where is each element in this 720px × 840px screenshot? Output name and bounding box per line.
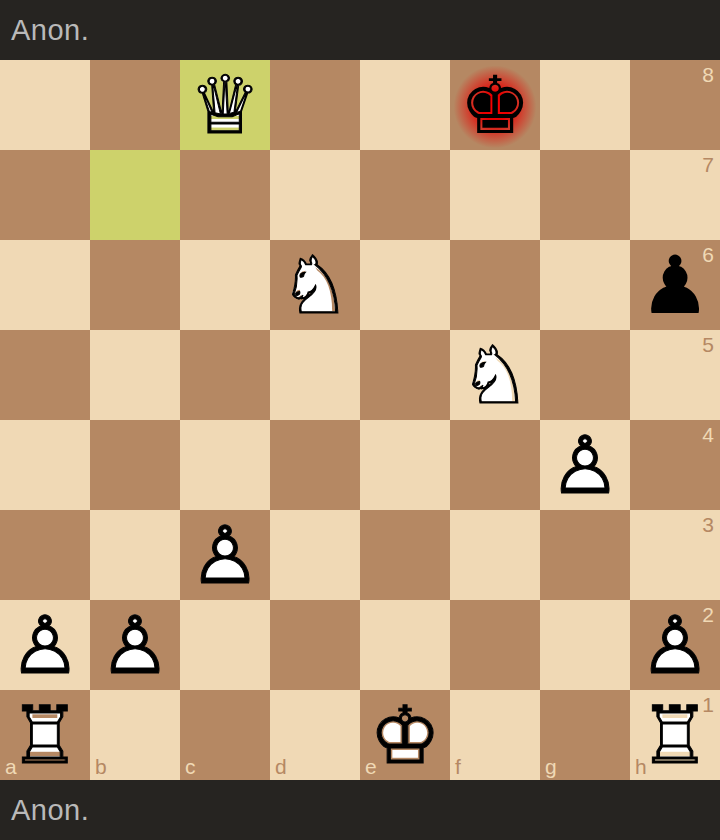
square-d8[interactable]: [270, 60, 360, 150]
square-a8[interactable]: [0, 60, 90, 150]
white-pawn-piece[interactable]: ♟♙: [180, 510, 270, 600]
square-c6[interactable]: [180, 240, 270, 330]
file-coordinate-b: b: [95, 756, 107, 777]
square-e1[interactable]: ♚♔e: [360, 690, 450, 780]
square-c7[interactable]: [180, 150, 270, 240]
square-e7[interactable]: [360, 150, 450, 240]
square-h7[interactable]: 7: [630, 150, 720, 240]
square-f5[interactable]: ♞♘: [450, 330, 540, 420]
square-e6[interactable]: [360, 240, 450, 330]
square-e8[interactable]: [360, 60, 450, 150]
white-pawn-piece[interactable]: ♟♙: [0, 600, 90, 690]
square-g7[interactable]: [540, 150, 630, 240]
square-a5[interactable]: [0, 330, 90, 420]
square-g4[interactable]: ♟♙: [540, 420, 630, 510]
top-player-name: Anon.: [11, 14, 89, 47]
top-player-bar: Anon.: [0, 0, 720, 60]
white-queen-piece[interactable]: ♛♕: [180, 60, 270, 150]
square-h1[interactable]: ♜♖h1: [630, 690, 720, 780]
file-coordinate-a: a: [5, 756, 17, 777]
square-b8[interactable]: [90, 60, 180, 150]
file-coordinate-h: h: [635, 756, 647, 777]
file-coordinate-f: f: [455, 756, 461, 777]
rank-coordinate-2: 2: [702, 604, 714, 625]
square-b5[interactable]: [90, 330, 180, 420]
file-coordinate-e: e: [365, 756, 377, 777]
white-knight-piece[interactable]: ♞♘: [270, 240, 360, 330]
white-pawn-piece[interactable]: ♟♙: [90, 600, 180, 690]
square-h8[interactable]: 8: [630, 60, 720, 150]
square-c8[interactable]: ♛♕: [180, 60, 270, 150]
square-a4[interactable]: [0, 420, 90, 510]
file-coordinate-g: g: [545, 756, 557, 777]
square-e2[interactable]: [360, 600, 450, 690]
white-pawn-piece[interactable]: ♟♙: [540, 420, 630, 510]
bottom-player-name: Anon.: [11, 794, 89, 827]
square-f4[interactable]: [450, 420, 540, 510]
square-c4[interactable]: [180, 420, 270, 510]
square-f6[interactable]: [450, 240, 540, 330]
square-d3[interactable]: [270, 510, 360, 600]
square-g5[interactable]: [540, 330, 630, 420]
square-c3[interactable]: ♟♙: [180, 510, 270, 600]
square-h2[interactable]: ♟♙2: [630, 600, 720, 690]
square-h4[interactable]: 4: [630, 420, 720, 510]
square-f3[interactable]: [450, 510, 540, 600]
square-a6[interactable]: [0, 240, 90, 330]
square-h5[interactable]: 5: [630, 330, 720, 420]
square-a3[interactable]: [0, 510, 90, 600]
square-b4[interactable]: [90, 420, 180, 510]
square-b7[interactable]: [90, 150, 180, 240]
square-g3[interactable]: [540, 510, 630, 600]
square-f8[interactable]: ♚: [450, 60, 540, 150]
square-e5[interactable]: [360, 330, 450, 420]
square-d5[interactable]: [270, 330, 360, 420]
white-knight-piece[interactable]: ♞♘: [450, 330, 540, 420]
square-e4[interactable]: [360, 420, 450, 510]
square-d1[interactable]: d: [270, 690, 360, 780]
rank-coordinate-5: 5: [702, 334, 714, 355]
square-a1[interactable]: ♜♖a: [0, 690, 90, 780]
square-c5[interactable]: [180, 330, 270, 420]
file-coordinate-d: d: [275, 756, 287, 777]
square-b1[interactable]: b: [90, 690, 180, 780]
square-h3[interactable]: 3: [630, 510, 720, 600]
square-d4[interactable]: [270, 420, 360, 510]
square-c1[interactable]: c: [180, 690, 270, 780]
square-a2[interactable]: ♟♙: [0, 600, 90, 690]
rank-coordinate-6: 6: [702, 244, 714, 265]
square-g1[interactable]: g: [540, 690, 630, 780]
rank-coordinate-7: 7: [702, 154, 714, 175]
square-g2[interactable]: [540, 600, 630, 690]
square-f1[interactable]: f: [450, 690, 540, 780]
rank-coordinate-4: 4: [702, 424, 714, 445]
square-c2[interactable]: [180, 600, 270, 690]
rank-coordinate-3: 3: [702, 514, 714, 535]
square-d6[interactable]: ♞♘: [270, 240, 360, 330]
file-coordinate-c: c: [185, 756, 196, 777]
square-d7[interactable]: [270, 150, 360, 240]
square-b6[interactable]: [90, 240, 180, 330]
square-f2[interactable]: [450, 600, 540, 690]
square-g6[interactable]: [540, 240, 630, 330]
rank-coordinate-8: 8: [702, 64, 714, 85]
square-g8[interactable]: [540, 60, 630, 150]
square-h6[interactable]: ♟6: [630, 240, 720, 330]
square-a7[interactable]: [0, 150, 90, 240]
bottom-player-bar: Anon.: [0, 780, 720, 840]
square-d2[interactable]: [270, 600, 360, 690]
square-f7[interactable]: [450, 150, 540, 240]
chess-board: ♛♕♚87♞♘♟6♞♘5♟♙4♟♙3♟♙♟♙♟♙2♜♖abcd♚♔efg♜♖h1: [0, 60, 720, 780]
black-king-piece[interactable]: ♚: [450, 60, 540, 150]
square-b3[interactable]: [90, 510, 180, 600]
square-e3[interactable]: [360, 510, 450, 600]
square-b2[interactable]: ♟♙: [90, 600, 180, 690]
rank-coordinate-1: 1: [702, 694, 714, 715]
